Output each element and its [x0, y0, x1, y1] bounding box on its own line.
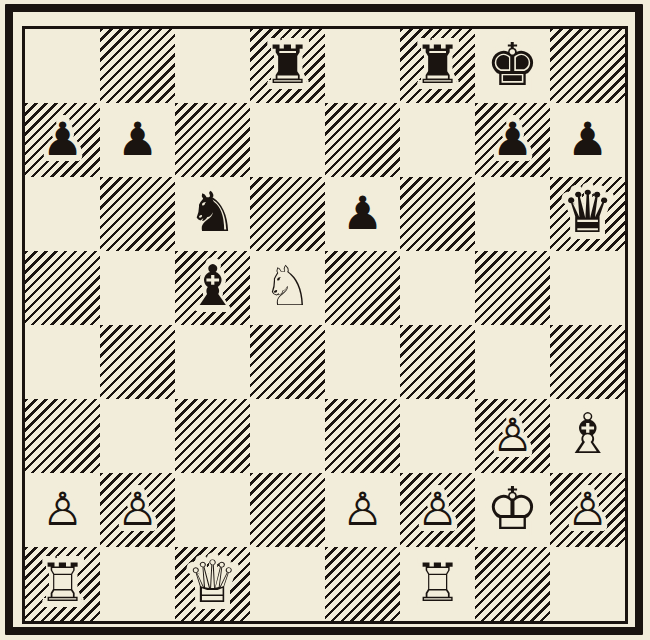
square-g1[interactable]	[475, 547, 550, 621]
black-rook: ♜♜	[400, 29, 475, 103]
square-e4[interactable]	[325, 325, 400, 399]
white-rook-icon: ♖	[414, 556, 462, 609]
square-b7[interactable]: ♟♟	[100, 103, 175, 177]
black-pawn-icon: ♟	[117, 116, 158, 162]
square-a8[interactable]	[25, 29, 100, 103]
square-f4[interactable]	[400, 325, 475, 399]
square-c6[interactable]: ♞♞	[175, 177, 250, 251]
black-knight-icon: ♞	[188, 185, 237, 240]
square-h5[interactable]	[550, 251, 625, 325]
white-pawn-icon: ♙	[567, 486, 608, 532]
black-bishop-icon: ♝	[187, 258, 237, 314]
white-pawn-icon: ♙	[342, 486, 383, 532]
black-rook: ♜♜	[250, 29, 325, 103]
white-queen-icon: ♕	[187, 553, 239, 611]
black-king: ♚♚	[475, 29, 550, 103]
square-a3[interactable]	[25, 399, 100, 473]
square-f5[interactable]	[400, 251, 475, 325]
white-queen: ♛♕	[175, 547, 250, 621]
square-d2[interactable]	[250, 473, 325, 547]
diagram-page: ♜♜♜♜♚♚♟♟♟♟♟♟♟♟♞♞♟♟♛♛♝♝♞♘♟♙♝♗♟♙♟♙♟♙♟♙♚♔♟♙…	[0, 0, 650, 640]
square-d6[interactable]	[250, 177, 325, 251]
black-pawn: ♟♟	[100, 103, 175, 177]
white-king: ♚♔	[475, 473, 550, 547]
square-d7[interactable]	[250, 103, 325, 177]
square-b8[interactable]	[100, 29, 175, 103]
square-a4[interactable]	[25, 325, 100, 399]
black-king-icon: ♚	[486, 35, 539, 94]
square-h3[interactable]: ♝♗	[550, 399, 625, 473]
black-queen: ♛♛	[550, 177, 625, 251]
square-b6[interactable]	[100, 177, 175, 251]
white-pawn-icon: ♙	[42, 486, 83, 532]
white-pawn: ♟♙	[550, 473, 625, 547]
square-d4[interactable]	[250, 325, 325, 399]
square-c7[interactable]	[175, 103, 250, 177]
black-pawn: ♟♟	[550, 103, 625, 177]
square-a2[interactable]: ♟♙	[25, 473, 100, 547]
white-pawn: ♟♙	[325, 473, 400, 547]
white-rook: ♜♖	[25, 547, 100, 621]
square-f1[interactable]: ♜♖	[400, 547, 475, 621]
square-h7[interactable]: ♟♟	[550, 103, 625, 177]
white-pawn: ♟♙	[475, 399, 550, 473]
square-e3[interactable]	[325, 399, 400, 473]
square-g4[interactable]	[475, 325, 550, 399]
black-pawn: ♟♟	[475, 103, 550, 177]
white-rook-icon: ♖	[39, 556, 87, 609]
white-pawn: ♟♙	[100, 473, 175, 547]
square-b3[interactable]	[100, 399, 175, 473]
square-d1[interactable]	[250, 547, 325, 621]
square-f6[interactable]	[400, 177, 475, 251]
square-g3[interactable]: ♟♙	[475, 399, 550, 473]
square-e7[interactable]	[325, 103, 400, 177]
square-e6[interactable]: ♟♟	[325, 177, 400, 251]
square-c2[interactable]	[175, 473, 250, 547]
square-c3[interactable]	[175, 399, 250, 473]
square-h6[interactable]: ♛♛	[550, 177, 625, 251]
black-rook-icon: ♜	[264, 38, 312, 91]
square-c1[interactable]: ♛♕	[175, 547, 250, 621]
chess-board: ♜♜♜♜♚♚♟♟♟♟♟♟♟♟♞♞♟♟♛♛♝♝♞♘♟♙♝♗♟♙♟♙♟♙♟♙♚♔♟♙…	[25, 29, 625, 621]
white-pawn-icon: ♙	[492, 412, 533, 458]
white-pawn: ♟♙	[25, 473, 100, 547]
white-knight-icon: ♘	[263, 259, 312, 314]
square-d8[interactable]: ♜♜	[250, 29, 325, 103]
square-f7[interactable]	[400, 103, 475, 177]
white-king-icon: ♔	[486, 479, 539, 538]
white-knight: ♞♘	[250, 251, 325, 325]
square-h2[interactable]: ♟♙	[550, 473, 625, 547]
square-e2[interactable]: ♟♙	[325, 473, 400, 547]
square-c4[interactable]	[175, 325, 250, 399]
square-e8[interactable]	[325, 29, 400, 103]
black-pawn: ♟♟	[325, 177, 400, 251]
square-b4[interactable]	[100, 325, 175, 399]
black-pawn: ♟♟	[25, 103, 100, 177]
black-queen-icon: ♛	[562, 183, 614, 241]
square-d3[interactable]	[250, 399, 325, 473]
square-f3[interactable]	[400, 399, 475, 473]
black-rook-icon: ♜	[414, 38, 462, 91]
square-f8[interactable]: ♜♜	[400, 29, 475, 103]
black-pawn-icon: ♟	[42, 116, 83, 162]
black-pawn-icon: ♟	[567, 116, 608, 162]
square-e5[interactable]	[325, 251, 400, 325]
square-g8[interactable]: ♚♚	[475, 29, 550, 103]
square-f2[interactable]: ♟♙	[400, 473, 475, 547]
square-c5[interactable]: ♝♝	[175, 251, 250, 325]
square-a6[interactable]	[25, 177, 100, 251]
square-b2[interactable]: ♟♙	[100, 473, 175, 547]
square-a5[interactable]	[25, 251, 100, 325]
black-knight: ♞♞	[175, 177, 250, 251]
square-c8[interactable]	[175, 29, 250, 103]
square-g5[interactable]	[475, 251, 550, 325]
square-g6[interactable]	[475, 177, 550, 251]
square-g7[interactable]: ♟♟	[475, 103, 550, 177]
white-pawn-icon: ♙	[417, 486, 458, 532]
white-bishop: ♝♗	[550, 399, 625, 473]
black-pawn-icon: ♟	[492, 116, 533, 162]
white-pawn-icon: ♙	[117, 486, 158, 532]
square-b5[interactable]	[100, 251, 175, 325]
black-bishop: ♝♝	[175, 251, 250, 325]
black-pawn-icon: ♟	[342, 190, 383, 236]
white-bishop-icon: ♗	[562, 406, 612, 462]
square-a7[interactable]: ♟♟	[25, 103, 100, 177]
square-h4[interactable]	[550, 325, 625, 399]
white-rook: ♜♖	[400, 547, 475, 621]
square-b1[interactable]	[100, 547, 175, 621]
square-a1[interactable]: ♜♖	[25, 547, 100, 621]
square-e1[interactable]	[325, 547, 400, 621]
square-g2[interactable]: ♚♔	[475, 473, 550, 547]
square-h1[interactable]	[550, 547, 625, 621]
white-pawn: ♟♙	[400, 473, 475, 547]
square-h8[interactable]	[550, 29, 625, 103]
board-inner-frame: ♜♜♜♜♚♚♟♟♟♟♟♟♟♟♞♞♟♟♛♛♝♝♞♘♟♙♝♗♟♙♟♙♟♙♟♙♚♔♟♙…	[22, 26, 628, 624]
square-d5[interactable]: ♞♘	[250, 251, 325, 325]
